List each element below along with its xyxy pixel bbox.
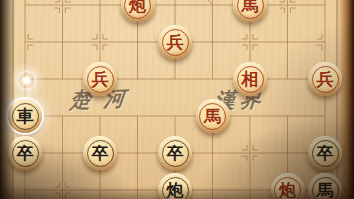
intersection-f0-r2[interactable] [6, 0, 44, 23]
intersection-f0-r3[interactable] [6, 23, 44, 60]
piece-black-pawn[interactable]: 卒 [83, 136, 117, 170]
piece-black-pawn[interactable]: 卒 [308, 136, 342, 170]
intersection-f8-r2[interactable] [306, 0, 344, 23]
piece-red-elephant[interactable]: 相 [233, 62, 267, 96]
intersection-f5-r2[interactable] [194, 0, 232, 23]
intersection-f6-r3[interactable] [231, 23, 269, 60]
intersection-f1-r5[interactable] [44, 97, 82, 134]
intersection-f5-r4[interactable] [194, 60, 232, 97]
intersection-f3-r4[interactable] [119, 60, 157, 97]
xiangqi-board[interactable]: 楚河 漢界 炮馬兵兵相兵車馬卒卒卒卒炮炮馬 [0, 0, 354, 199]
intersection-f5-r6[interactable] [194, 134, 232, 171]
intersection-f4-r2[interactable] [156, 0, 194, 23]
intersection-f8-r3[interactable] [306, 23, 344, 60]
intersection-f2-r2[interactable] [81, 0, 119, 23]
piece-red-cannon[interactable]: 炮 [271, 173, 305, 199]
intersection-f1-r6[interactable] [44, 134, 82, 171]
intersection-f2-r7[interactable] [81, 171, 119, 199]
piece-black-chariot[interactable]: 車 [8, 99, 42, 133]
piece-black-pawn[interactable]: 卒 [158, 136, 192, 170]
intersection-f6-r5[interactable] [231, 97, 269, 134]
intersection-f1-r2[interactable] [44, 0, 82, 23]
intersection-f3-r3[interactable] [119, 23, 157, 60]
intersection-f7-r5[interactable] [269, 97, 307, 134]
intersection-f6-r6[interactable] [231, 134, 269, 171]
piece-black-pawn[interactable]: 卒 [8, 136, 42, 170]
last-move-origin-marker [17, 71, 36, 90]
intersection-f6-r7[interactable] [231, 171, 269, 199]
intersection-f1-r3[interactable] [44, 23, 82, 60]
piece-red-pawn[interactable]: 兵 [83, 62, 117, 96]
intersection-f4-r5[interactable] [156, 97, 194, 134]
intersection-f2-r5[interactable] [81, 97, 119, 134]
intersection-f5-r7[interactable] [194, 171, 232, 199]
intersection-f1-r4[interactable] [44, 60, 82, 97]
intersection-f4-r4[interactable] [156, 60, 194, 97]
intersection-f3-r7[interactable] [119, 171, 157, 199]
intersection-f2-r3[interactable] [81, 23, 119, 60]
piece-red-pawn[interactable]: 兵 [158, 25, 192, 59]
intersection-f3-r5[interactable] [119, 97, 157, 134]
piece-black-horse[interactable]: 馬 [308, 173, 342, 199]
intersection-f7-r2[interactable] [269, 0, 307, 23]
intersection-f0-r7[interactable] [6, 171, 44, 199]
piece-black-cannon[interactable]: 炮 [158, 173, 192, 199]
intersection-f5-r3[interactable] [194, 23, 232, 60]
piece-red-pawn[interactable]: 兵 [308, 62, 342, 96]
intersection-f1-r7[interactable] [44, 171, 82, 199]
intersection-f3-r6[interactable] [119, 134, 157, 171]
intersection-f7-r6[interactable] [269, 134, 307, 171]
intersection-f7-r3[interactable] [269, 23, 307, 60]
piece-red-horse[interactable]: 馬 [196, 99, 230, 133]
intersection-f7-r4[interactable] [269, 60, 307, 97]
intersection-f8-r5[interactable] [306, 97, 344, 134]
